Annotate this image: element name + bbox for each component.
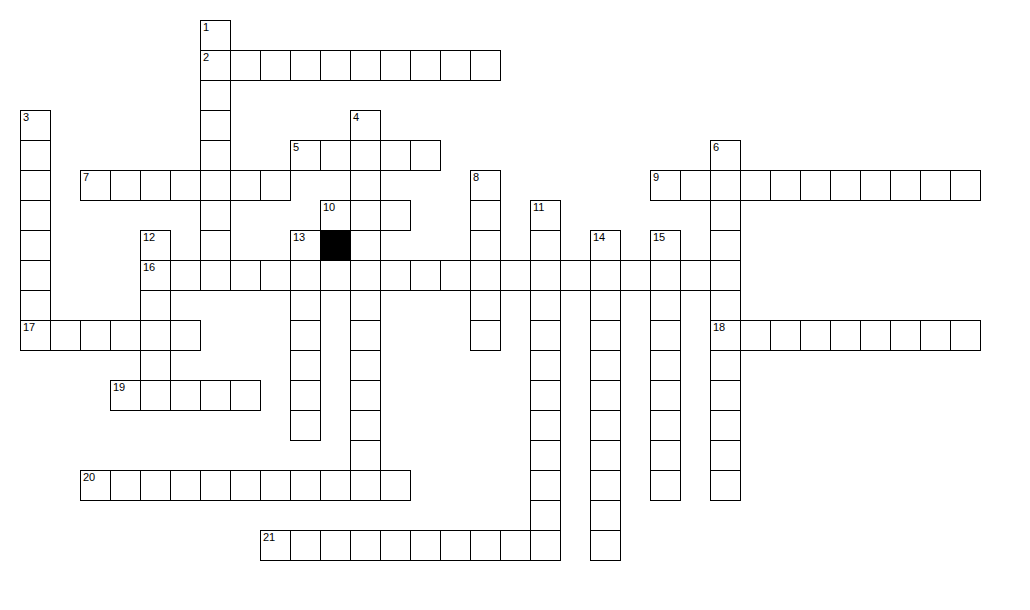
grid-cell[interactable] xyxy=(500,260,531,291)
grid-cell[interactable] xyxy=(200,200,231,231)
grid-cell[interactable] xyxy=(890,170,921,201)
grid-cell[interactable]: 15 xyxy=(650,230,681,261)
grid-cell[interactable] xyxy=(740,320,771,351)
grid-cell[interactable] xyxy=(710,470,741,501)
grid-cell[interactable] xyxy=(710,260,741,291)
grid-cell[interactable] xyxy=(350,200,381,231)
grid-cell[interactable] xyxy=(530,530,561,561)
grid-cell[interactable] xyxy=(290,530,321,561)
grid-cell[interactable] xyxy=(950,320,981,351)
grid-cell[interactable] xyxy=(710,290,741,321)
grid-cell[interactable] xyxy=(440,260,471,291)
grid-cell[interactable] xyxy=(350,290,381,321)
grid-cell[interactable] xyxy=(200,380,231,411)
grid-cell[interactable] xyxy=(20,140,51,171)
grid-cell[interactable] xyxy=(230,470,261,501)
grid-cell[interactable]: 12 xyxy=(140,230,171,261)
clue-number: 17 xyxy=(23,322,35,333)
grid-cell[interactable] xyxy=(530,440,561,471)
grid-cell[interactable] xyxy=(230,260,261,291)
grid-cell[interactable] xyxy=(470,50,501,81)
grid-cell[interactable] xyxy=(320,260,351,291)
grid-cell[interactable] xyxy=(200,140,231,171)
grid-cell[interactable] xyxy=(170,170,201,201)
grid-cell[interactable] xyxy=(560,260,591,291)
grid-cell[interactable]: 2 xyxy=(200,50,231,81)
grid-cell[interactable] xyxy=(650,380,681,411)
grid-cell[interactable] xyxy=(350,380,381,411)
blocked-cell xyxy=(320,230,351,261)
grid-cell[interactable] xyxy=(950,170,981,201)
grid-cell[interactable]: 16 xyxy=(140,260,171,291)
grid-cell[interactable] xyxy=(650,350,681,381)
grid-cell[interactable]: 4 xyxy=(350,110,381,141)
grid-cell[interactable] xyxy=(470,260,501,291)
clue-number: 15 xyxy=(653,232,665,243)
grid-cell[interactable] xyxy=(470,320,501,351)
grid-cell[interactable] xyxy=(200,80,231,111)
grid-cell[interactable] xyxy=(530,290,561,321)
grid-cell[interactable] xyxy=(800,170,831,201)
grid-cell[interactable] xyxy=(620,260,651,291)
grid-cell[interactable] xyxy=(350,140,381,171)
grid-cell[interactable] xyxy=(860,320,891,351)
grid-cell[interactable] xyxy=(410,260,441,291)
grid-cell[interactable] xyxy=(380,140,411,171)
grid-cell[interactable] xyxy=(890,320,921,351)
grid-cell[interactable] xyxy=(350,470,381,501)
grid-cell[interactable] xyxy=(200,470,231,501)
grid-cell[interactable] xyxy=(290,410,321,441)
grid-cell[interactable] xyxy=(260,50,291,81)
grid-cell[interactable] xyxy=(170,470,201,501)
grid-cell[interactable] xyxy=(710,410,741,441)
clue-number: 19 xyxy=(113,382,125,393)
clue-number: 13 xyxy=(293,232,305,243)
grid-cell[interactable] xyxy=(710,440,741,471)
grid-cell[interactable] xyxy=(770,320,801,351)
grid-cell[interactable] xyxy=(200,110,231,141)
grid-cell[interactable] xyxy=(20,290,51,321)
crossword-grid: 123456789101112131415161718192021 xyxy=(0,0,1030,610)
clue-number: 4 xyxy=(353,112,359,123)
clue-number: 20 xyxy=(83,472,95,483)
grid-cell[interactable] xyxy=(470,230,501,261)
grid-cell[interactable] xyxy=(350,350,381,381)
grid-cell[interactable] xyxy=(110,320,141,351)
grid-cell[interactable]: 17 xyxy=(20,320,51,351)
grid-cell[interactable] xyxy=(470,530,501,561)
grid-cell[interactable]: 3 xyxy=(20,110,51,141)
grid-cell[interactable] xyxy=(530,260,561,291)
clue-number: 8 xyxy=(473,172,479,183)
grid-cell[interactable] xyxy=(590,530,621,561)
grid-cell[interactable]: 11 xyxy=(530,200,561,231)
grid-cell[interactable] xyxy=(590,470,621,501)
clue-number: 1 xyxy=(203,22,209,33)
grid-cell[interactable] xyxy=(200,260,231,291)
grid-cell[interactable] xyxy=(350,50,381,81)
grid-cell[interactable] xyxy=(20,260,51,291)
grid-cell[interactable] xyxy=(170,320,201,351)
grid-cell[interactable] xyxy=(680,260,711,291)
grid-cell[interactable] xyxy=(380,530,411,561)
grid-cell[interactable] xyxy=(860,170,891,201)
grid-cell[interactable] xyxy=(140,470,171,501)
grid-cell[interactable] xyxy=(830,170,861,201)
grid-cell[interactable] xyxy=(170,260,201,291)
grid-cell[interactable] xyxy=(320,530,351,561)
clue-number: 7 xyxy=(83,172,89,183)
grid-cell[interactable] xyxy=(590,440,621,471)
grid-cell[interactable] xyxy=(530,230,561,261)
grid-cell[interactable]: 18 xyxy=(710,320,741,351)
grid-cell[interactable] xyxy=(230,170,261,201)
grid-cell[interactable]: 10 xyxy=(320,200,351,231)
grid-cell[interactable] xyxy=(530,500,561,531)
grid-cell[interactable] xyxy=(380,470,411,501)
grid-cell[interactable] xyxy=(290,260,321,291)
grid-cell[interactable] xyxy=(440,50,471,81)
grid-cell[interactable] xyxy=(410,530,441,561)
grid-cell[interactable] xyxy=(140,380,171,411)
grid-cell[interactable]: 8 xyxy=(470,170,501,201)
grid-cell[interactable] xyxy=(770,170,801,201)
grid-cell[interactable] xyxy=(830,320,861,351)
grid-cell[interactable] xyxy=(320,140,351,171)
grid-cell[interactable] xyxy=(230,50,261,81)
grid-cell[interactable] xyxy=(650,290,681,321)
grid-cell[interactable] xyxy=(710,350,741,381)
grid-cell[interactable] xyxy=(740,170,771,201)
grid-cell[interactable] xyxy=(470,290,501,321)
grid-cell[interactable] xyxy=(650,320,681,351)
grid-cell[interactable] xyxy=(800,320,831,351)
clue-number: 10 xyxy=(323,202,335,213)
grid-cell[interactable] xyxy=(590,500,621,531)
grid-cell[interactable] xyxy=(590,260,621,291)
grid-cell[interactable] xyxy=(530,320,561,351)
grid-cell[interactable] xyxy=(260,260,291,291)
clue-number: 21 xyxy=(263,532,275,543)
grid-cell[interactable] xyxy=(260,470,291,501)
clue-number: 6 xyxy=(713,142,719,153)
clue-number: 5 xyxy=(293,142,299,153)
clue-number: 2 xyxy=(203,52,209,63)
grid-cell[interactable] xyxy=(140,290,171,321)
grid-cell[interactable]: 21 xyxy=(260,530,291,561)
grid-cell[interactable] xyxy=(80,320,111,351)
clue-number: 3 xyxy=(23,112,29,123)
grid-cell[interactable] xyxy=(590,320,621,351)
grid-cell[interactable] xyxy=(650,470,681,501)
grid-cell[interactable] xyxy=(710,380,741,411)
grid-cell[interactable] xyxy=(590,350,621,381)
clue-number: 12 xyxy=(143,232,155,243)
grid-cell[interactable] xyxy=(140,320,171,351)
grid-cell[interactable] xyxy=(260,170,291,201)
grid-cell[interactable] xyxy=(110,170,141,201)
grid-cell[interactable] xyxy=(350,320,381,351)
grid-cell[interactable] xyxy=(350,440,381,471)
clue-number: 16 xyxy=(143,262,155,273)
grid-cell[interactable]: 19 xyxy=(110,380,141,411)
grid-cell[interactable] xyxy=(590,380,621,411)
grid-cell[interactable] xyxy=(380,50,411,81)
grid-cell[interactable]: 7 xyxy=(80,170,111,201)
grid-cell[interactable]: 5 xyxy=(290,140,321,171)
grid-cell[interactable]: 1 xyxy=(200,20,231,51)
grid-cell[interactable] xyxy=(680,170,711,201)
grid-cell[interactable] xyxy=(650,440,681,471)
grid-cell[interactable] xyxy=(290,350,321,381)
grid-cell[interactable] xyxy=(650,410,681,441)
grid-cell[interactable] xyxy=(350,530,381,561)
grid-cell[interactable]: 9 xyxy=(650,170,681,201)
grid-cell[interactable] xyxy=(410,50,441,81)
grid-cell[interactable] xyxy=(410,140,441,171)
grid-cell[interactable]: 20 xyxy=(80,470,111,501)
grid-cell[interactable] xyxy=(590,290,621,321)
grid-cell[interactable] xyxy=(140,350,171,381)
grid-cell[interactable]: 13 xyxy=(290,230,321,261)
grid-cell[interactable] xyxy=(20,230,51,261)
grid-cell[interactable] xyxy=(110,470,141,501)
grid-cell[interactable] xyxy=(710,200,741,231)
grid-cell[interactable] xyxy=(290,320,321,351)
grid-cell[interactable] xyxy=(350,260,381,291)
grid-cell[interactable]: 14 xyxy=(590,230,621,261)
grid-cell[interactable] xyxy=(230,380,261,411)
grid-cell[interactable] xyxy=(350,230,381,261)
grid-cell[interactable] xyxy=(530,350,561,381)
grid-cell[interactable] xyxy=(920,170,951,201)
crossword-page: 123456789101112131415161718192021 xyxy=(0,0,1030,610)
grid-cell[interactable]: 6 xyxy=(710,140,741,171)
clue-number: 9 xyxy=(653,172,659,183)
grid-cell[interactable] xyxy=(650,260,681,291)
clue-number: 11 xyxy=(533,202,544,213)
clue-number: 18 xyxy=(713,322,725,333)
grid-cell[interactable] xyxy=(590,410,621,441)
grid-cell[interactable] xyxy=(20,200,51,231)
grid-cell[interactable] xyxy=(170,380,201,411)
grid-cell[interactable] xyxy=(440,530,471,561)
grid-cell[interactable] xyxy=(710,170,741,201)
grid-cell[interactable] xyxy=(200,170,231,201)
grid-cell[interactable] xyxy=(350,410,381,441)
grid-cell[interactable] xyxy=(530,410,561,441)
grid-cell[interactable] xyxy=(350,170,381,201)
grid-cell[interactable] xyxy=(530,380,561,411)
grid-cell[interactable] xyxy=(290,380,321,411)
grid-cell[interactable] xyxy=(290,470,321,501)
grid-cell[interactable] xyxy=(380,260,411,291)
grid-cell[interactable] xyxy=(320,50,351,81)
grid-cell[interactable] xyxy=(20,170,51,201)
grid-cell[interactable] xyxy=(290,50,321,81)
grid-cell[interactable] xyxy=(290,290,321,321)
grid-cell[interactable] xyxy=(530,470,561,501)
grid-cell[interactable] xyxy=(500,530,531,561)
grid-cell[interactable] xyxy=(380,200,411,231)
grid-cell[interactable] xyxy=(710,230,741,261)
grid-cell[interactable] xyxy=(470,200,501,231)
grid-cell[interactable] xyxy=(140,170,171,201)
grid-cell[interactable] xyxy=(920,320,951,351)
grid-cell[interactable] xyxy=(200,230,231,261)
clue-number: 14 xyxy=(593,232,605,243)
grid-cell[interactable] xyxy=(320,470,351,501)
grid-cell[interactable] xyxy=(50,320,81,351)
